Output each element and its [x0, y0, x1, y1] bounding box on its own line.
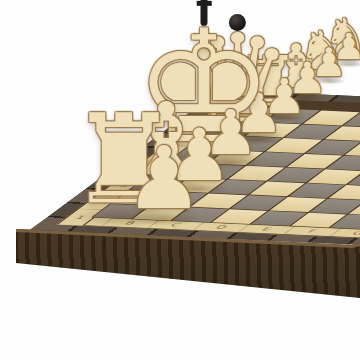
chess-set-photo: ABCDEFGH 12345678 ♜♝♚♛♜♝♞♞♟♟♟♟♟♟♟♟	[0, 0, 360, 360]
piece-shadow	[127, 212, 201, 226]
pieces-layer: ♜♝♚♛♜♝♞♞♟♟♟♟♟♟♟♟	[0, 0, 360, 360]
king-black-spike-finial	[200, 0, 208, 26]
pawn-glyph-icon: ♟	[125, 135, 203, 221]
piece-p-b1: ♟	[125, 135, 203, 221]
